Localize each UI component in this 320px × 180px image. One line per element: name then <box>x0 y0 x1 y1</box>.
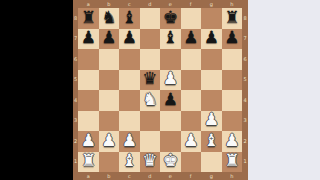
white-bishop: ♝ <box>122 152 137 169</box>
square-b7[interactable]: ♟ <box>99 29 120 50</box>
square-g8[interactable] <box>201 8 222 29</box>
square-a5[interactable] <box>78 70 99 91</box>
square-d3[interactable] <box>140 111 161 132</box>
square-f4[interactable] <box>181 90 202 111</box>
square-a3[interactable] <box>78 111 99 132</box>
white-queen: ♛ <box>142 152 157 169</box>
rank-label-7: 7 <box>242 29 248 50</box>
square-e1[interactable]: ♚ <box>160 152 181 173</box>
black-bishop: ♝ <box>122 9 137 26</box>
rank-label-1: 1 <box>242 152 248 173</box>
square-g3[interactable]: ♟ <box>201 111 222 132</box>
rank-label-6: 6 <box>242 49 248 70</box>
white-rook: ♜ <box>224 152 239 169</box>
square-h1[interactable]: ♜ <box>222 152 243 173</box>
square-g1[interactable] <box>201 152 222 173</box>
square-f5[interactable] <box>181 70 202 91</box>
board-grid: ♜♞♝♚♜♟♟♟♝♟♟♟♛♟♞♟♟♟♟♟♟♝♟♜♝♛♚♜ <box>78 8 242 172</box>
white-pawn: ♟ <box>101 132 116 149</box>
rank-label-5: 5 <box>242 70 248 91</box>
white-knight: ♞ <box>142 91 157 108</box>
square-c1[interactable]: ♝ <box>119 152 140 173</box>
square-b4[interactable] <box>99 90 120 111</box>
square-c6[interactable] <box>119 49 140 70</box>
square-b2[interactable]: ♟ <box>99 131 120 152</box>
black-pawn: ♟ <box>122 29 137 46</box>
white-pawn: ♟ <box>183 132 198 149</box>
rank-labels-right: 87654321 <box>242 8 248 172</box>
square-b5[interactable] <box>99 70 120 91</box>
square-c5[interactable] <box>119 70 140 91</box>
square-a1[interactable]: ♜ <box>78 152 99 173</box>
square-d2[interactable] <box>140 131 161 152</box>
square-c7[interactable]: ♟ <box>119 29 140 50</box>
square-f3[interactable] <box>181 111 202 132</box>
file-label-a: a <box>78 172 99 180</box>
square-b6[interactable] <box>99 49 120 70</box>
square-e7[interactable]: ♝ <box>160 29 181 50</box>
rank-label-2: 2 <box>242 131 248 152</box>
square-g5[interactable] <box>201 70 222 91</box>
square-c8[interactable]: ♝ <box>119 8 140 29</box>
square-d7[interactable] <box>140 29 161 50</box>
black-queen: ♛ <box>142 70 157 87</box>
square-h4[interactable] <box>222 90 243 111</box>
square-e2[interactable] <box>160 131 181 152</box>
square-a7[interactable]: ♟ <box>78 29 99 50</box>
black-pawn: ♟ <box>163 91 178 108</box>
black-rook: ♜ <box>81 9 96 26</box>
black-pawn: ♟ <box>224 29 239 46</box>
square-g2[interactable]: ♝ <box>201 131 222 152</box>
white-rook: ♜ <box>81 152 96 169</box>
square-e6[interactable] <box>160 49 181 70</box>
square-a6[interactable] <box>78 49 99 70</box>
file-label-g: g <box>201 0 222 8</box>
black-pawn: ♟ <box>204 29 219 46</box>
rank-label-8: 8 <box>242 8 248 29</box>
square-e8[interactable]: ♚ <box>160 8 181 29</box>
file-label-d: d <box>140 0 161 8</box>
white-king: ♚ <box>163 152 178 169</box>
square-c3[interactable] <box>119 111 140 132</box>
file-label-c: c <box>119 172 140 180</box>
square-e3[interactable] <box>160 111 181 132</box>
square-e4[interactable]: ♟ <box>160 90 181 111</box>
black-pawn: ♟ <box>81 29 96 46</box>
right-background-area <box>248 0 320 180</box>
white-pawn: ♟ <box>122 132 137 149</box>
square-a2[interactable]: ♟ <box>78 131 99 152</box>
square-h5[interactable] <box>222 70 243 91</box>
square-a4[interactable] <box>78 90 99 111</box>
file-label-f: f <box>181 0 202 8</box>
square-h2[interactable]: ♟ <box>222 131 243 152</box>
square-c2[interactable]: ♟ <box>119 131 140 152</box>
square-h8[interactable]: ♜ <box>222 8 243 29</box>
square-d8[interactable] <box>140 8 161 29</box>
left-letterbox-bar <box>0 0 73 180</box>
black-rook: ♜ <box>224 9 239 26</box>
square-d6[interactable] <box>140 49 161 70</box>
black-pawn: ♟ <box>183 29 198 46</box>
white-pawn: ♟ <box>224 132 239 149</box>
square-d1[interactable]: ♛ <box>140 152 161 173</box>
square-f6[interactable] <box>181 49 202 70</box>
square-f1[interactable] <box>181 152 202 173</box>
square-h7[interactable]: ♟ <box>222 29 243 50</box>
black-king: ♚ <box>163 9 178 26</box>
square-b8[interactable]: ♞ <box>99 8 120 29</box>
rank-label-3: 3 <box>242 111 248 132</box>
square-g4[interactable] <box>201 90 222 111</box>
square-g6[interactable] <box>201 49 222 70</box>
square-d4[interactable]: ♞ <box>140 90 161 111</box>
chess-board: abcdefgh abcdefgh 87654321 87654321 ♜♞♝♚… <box>73 0 248 180</box>
thumbnail-canvas: abcdefgh abcdefgh 87654321 87654321 ♜♞♝♚… <box>0 0 320 180</box>
rank-label-4: 4 <box>242 90 248 111</box>
square-f7[interactable]: ♟ <box>181 29 202 50</box>
square-f2[interactable]: ♟ <box>181 131 202 152</box>
white-bishop: ♝ <box>204 132 219 149</box>
white-pawn: ♟ <box>204 111 219 128</box>
square-g7[interactable]: ♟ <box>201 29 222 50</box>
square-a8[interactable]: ♜ <box>78 8 99 29</box>
file-label-d: d <box>140 172 161 180</box>
file-labels-bottom: abcdefgh <box>78 172 242 180</box>
file-label-g: g <box>201 172 222 180</box>
file-label-b: b <box>99 172 120 180</box>
white-pawn: ♟ <box>81 132 96 149</box>
square-e5[interactable]: ♟ <box>160 70 181 91</box>
black-pawn: ♟ <box>101 29 116 46</box>
black-bishop: ♝ <box>163 29 178 46</box>
file-label-h: h <box>222 172 243 180</box>
square-c4[interactable] <box>119 90 140 111</box>
file-label-f: f <box>181 172 202 180</box>
square-b3[interactable] <box>99 111 120 132</box>
file-label-e: e <box>160 172 181 180</box>
square-h6[interactable] <box>222 49 243 70</box>
square-b1[interactable] <box>99 152 120 173</box>
square-f8[interactable] <box>181 8 202 29</box>
square-d5[interactable]: ♛ <box>140 70 161 91</box>
black-knight: ♞ <box>101 9 116 26</box>
square-h3[interactable] <box>222 111 243 132</box>
white-pawn: ♟ <box>163 70 178 87</box>
